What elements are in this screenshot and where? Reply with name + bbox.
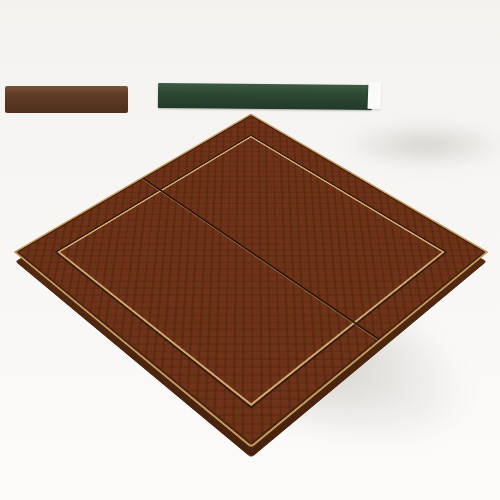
border-edge-ranks [252, 252, 466, 422]
white-card [368, 82, 382, 109]
border-edge-files [36, 252, 250, 422]
green-box-lid [158, 83, 372, 110]
folding-chess-board [13, 114, 488, 449]
board-perspective-wrap [0, 0, 500, 500]
chess-set-photo [0, 0, 500, 500]
board-top-face [13, 114, 488, 449]
walnut-box [5, 86, 128, 113]
board-grid [60, 137, 442, 403]
